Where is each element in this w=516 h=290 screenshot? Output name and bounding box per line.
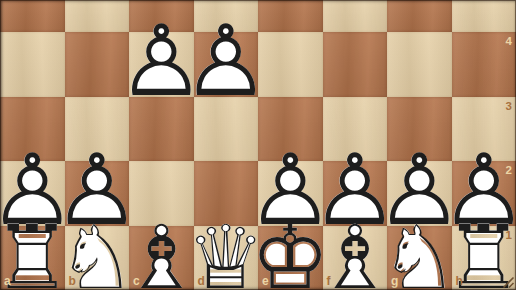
square-b1[interactable]: ♞♘b <box>65 226 130 290</box>
square-c2[interactable] <box>129 161 194 226</box>
piece-fill-glyph: ♟ <box>129 29 194 94</box>
square-e3[interactable] <box>258 97 323 162</box>
square-h5[interactable] <box>452 0 516 32</box>
square-f2[interactable]: ♟♙ <box>323 161 388 226</box>
piece-outline-glyph: ♗ <box>323 226 388 290</box>
white-pawn-g2[interactable]: ♟♙ <box>387 161 452 226</box>
file-label-f: f <box>327 275 331 287</box>
square-c3[interactable] <box>129 97 194 162</box>
white-pawn-e2[interactable]: ♟♙ <box>258 161 323 226</box>
square-e5[interactable] <box>258 0 323 32</box>
square-e4[interactable] <box>258 32 323 97</box>
square-a3[interactable] <box>0 97 65 162</box>
piece-fill-glyph: ♟ <box>323 158 388 223</box>
white-pawn-a2[interactable]: ♟♙ <box>0 161 65 226</box>
square-h1[interactable]: ♜♖1h <box>452 226 516 290</box>
board-resize-handle-icon[interactable] <box>500 274 515 289</box>
square-f5[interactable] <box>323 0 388 32</box>
square-d2[interactable] <box>194 161 259 226</box>
square-a5[interactable] <box>0 0 65 32</box>
white-pawn-d4[interactable]: ♟♙ <box>194 32 259 97</box>
square-g4[interactable] <box>387 32 452 97</box>
square-f4[interactable] <box>323 32 388 97</box>
square-a1[interactable]: ♜♖a <box>0 226 65 290</box>
piece-outline-glyph: ♙ <box>0 158 65 223</box>
white-pawn-f2[interactable]: ♟♙ <box>323 161 388 226</box>
square-c5[interactable] <box>129 0 194 32</box>
square-h3[interactable]: 3 <box>452 97 516 162</box>
file-label-d: d <box>198 275 205 287</box>
square-g2[interactable]: ♟♙ <box>387 161 452 226</box>
rank-label-3: 3 <box>506 101 512 113</box>
file-label-a: a <box>4 275 11 287</box>
piece-outline-glyph: ♙ <box>194 29 259 94</box>
square-d3[interactable] <box>194 97 259 162</box>
white-pawn-c4[interactable]: ♟♙ <box>129 32 194 97</box>
square-g1[interactable]: ♞♘g <box>387 226 452 290</box>
piece-fill-glyph: ♟ <box>194 29 259 94</box>
piece-fill-glyph: ♟ <box>387 158 452 223</box>
piece-fill-glyph: ♟ <box>0 158 65 223</box>
rank-label-2: 2 <box>506 165 512 177</box>
square-e2[interactable]: ♟♙ <box>258 161 323 226</box>
piece-outline-glyph: ♙ <box>258 158 323 223</box>
square-b5[interactable] <box>65 0 130 32</box>
screenshot-stage: ♟♙♟♙43♟♙♟♙♟♙♟♙♟♙♟♙2♜♖a♞♘b♝♗c♛♕d♚♔e♝♗f♞♘g… <box>0 0 516 290</box>
file-label-b: b <box>69 275 76 287</box>
square-h4[interactable]: 4 <box>452 32 516 97</box>
file-label-g: g <box>391 275 398 287</box>
square-d1[interactable]: ♛♕d <box>194 226 259 290</box>
square-b2[interactable]: ♟♙ <box>65 161 130 226</box>
square-a2[interactable]: ♟♙ <box>0 161 65 226</box>
square-e1[interactable]: ♚♔e <box>258 226 323 290</box>
piece-outline-glyph: ♙ <box>323 158 388 223</box>
piece-fill-glyph: ♟ <box>65 158 130 223</box>
file-label-c: c <box>133 275 140 287</box>
square-d4[interactable]: ♟♙ <box>194 32 259 97</box>
square-c1[interactable]: ♝♗c <box>129 226 194 290</box>
square-b4[interactable] <box>65 32 130 97</box>
piece-outline-glyph: ♙ <box>129 29 194 94</box>
chess-board[interactable]: ♟♙♟♙43♟♙♟♙♟♙♟♙♟♙♟♙2♜♖a♞♘b♝♗c♛♕d♚♔e♝♗f♞♘g… <box>0 0 516 290</box>
square-f1[interactable]: ♝♗f <box>323 226 388 290</box>
file-label-h: h <box>456 275 463 287</box>
square-g5[interactable] <box>387 0 452 32</box>
file-label-e: e <box>262 275 269 287</box>
rank-label-1: 1 <box>506 230 512 242</box>
square-b3[interactable] <box>65 97 130 162</box>
white-bishop-f1[interactable]: ♝♗ <box>323 226 388 290</box>
piece-outline-glyph: ♙ <box>387 158 452 223</box>
rank-label-4: 4 <box>506 36 512 48</box>
square-f3[interactable] <box>323 97 388 162</box>
piece-outline-glyph: ♙ <box>65 158 130 223</box>
piece-fill-glyph: ♟ <box>258 158 323 223</box>
square-g3[interactable] <box>387 97 452 162</box>
square-a4[interactable] <box>0 32 65 97</box>
white-pawn-b2[interactable]: ♟♙ <box>65 161 130 226</box>
square-h2[interactable]: ♟♙2 <box>452 161 516 226</box>
square-c4[interactable]: ♟♙ <box>129 32 194 97</box>
piece-fill-glyph: ♝ <box>323 226 388 290</box>
square-d5[interactable] <box>194 0 259 32</box>
